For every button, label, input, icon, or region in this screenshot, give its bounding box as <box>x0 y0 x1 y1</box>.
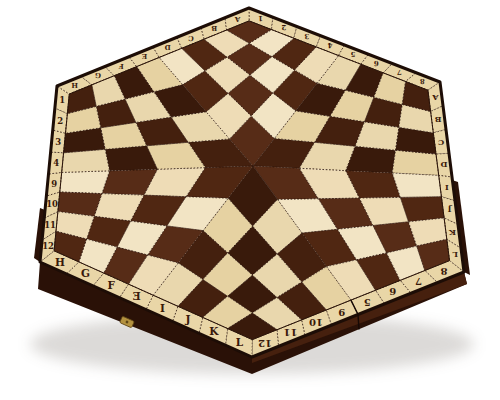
coord-label-bottom-right-7: 7 <box>415 276 422 287</box>
coord-label-top-right-4: 4 <box>327 41 332 50</box>
cell-i8[interactable] <box>392 173 441 197</box>
coord-label-bottom-right-5: 5 <box>364 297 371 308</box>
coord-label-top-left-E: E <box>142 52 147 61</box>
coord-label-right-D: D <box>440 160 447 170</box>
coord-label-bottom-right-6: 6 <box>389 286 396 297</box>
coord-label-left-12: 12 <box>42 241 54 251</box>
coord-label-top-right-1: 1 <box>258 14 263 23</box>
coord-label-bottom-left-J: J <box>185 313 191 325</box>
coord-label-bottom-left-K: K <box>209 325 219 337</box>
coord-label-right-A: A <box>432 93 440 103</box>
coord-label-left-1: 1 <box>59 95 65 105</box>
coord-label-top-right-8: 8 <box>420 77 425 86</box>
coord-label-top-right-7: 7 <box>397 68 402 77</box>
coord-label-top-left-A: A <box>234 15 241 24</box>
coord-label-right-J: J <box>447 205 452 215</box>
coord-label-bottom-right-11: 11 <box>284 327 298 338</box>
coord-label-bottom-left-L: L <box>236 336 244 348</box>
coord-label-right-K: K <box>448 228 456 238</box>
coord-label-right-C: C <box>438 138 444 148</box>
coord-label-bottom-left-H: H <box>55 256 65 268</box>
coord-label-bottom-right-10: 10 <box>309 317 323 328</box>
photo-background: 12345678ABCDIJKL87659101112LKJIƎFGH12111… <box>0 0 500 400</box>
coord-label-left-9: 9 <box>51 179 57 189</box>
three-player-chess-board: 12345678ABCDIJKL87659101112LKJIƎFGH12111… <box>0 0 500 400</box>
coord-label-top-left-C: C <box>188 34 194 43</box>
coord-label-right-B: B <box>435 115 442 125</box>
coord-label-top-left-D: D <box>165 43 171 52</box>
cell-j8[interactable] <box>400 197 444 222</box>
coord-label-left-11: 11 <box>44 220 56 230</box>
cell-h9[interactable] <box>60 171 110 194</box>
coord-label-top-right-3: 3 <box>304 32 309 41</box>
coord-label-top-left-F: F <box>119 62 124 71</box>
coord-label-bottom-left-I: I <box>160 302 165 314</box>
coord-label-top-left-B: B <box>211 24 217 33</box>
coord-label-top-right-2: 2 <box>281 23 286 32</box>
cell-h4[interactable] <box>62 149 110 172</box>
coord-label-top-right-5: 5 <box>351 50 356 59</box>
coord-label-bottom-right-9: 9 <box>338 307 345 318</box>
coord-label-bottom-left-Ǝ: Ǝ <box>133 290 141 302</box>
coord-label-bottom-right-8: 8 <box>440 266 447 277</box>
coord-label-right-L: L <box>452 250 458 260</box>
coord-label-left-10: 10 <box>46 199 58 209</box>
coord-label-top-left-H: H <box>71 81 78 90</box>
coord-label-bottom-left-F: F <box>107 279 115 291</box>
coord-label-left-3: 3 <box>55 137 61 147</box>
coord-label-bottom-left-G: G <box>81 267 90 279</box>
coord-label-top-right-6: 6 <box>374 59 379 68</box>
coord-label-right-I: I <box>445 183 449 193</box>
coord-label-left-2: 2 <box>57 116 63 126</box>
coord-label-left-4: 4 <box>53 158 59 168</box>
coord-label-top-left-G: G <box>95 71 101 80</box>
coord-label-bottom-right-12: 12 <box>258 338 272 349</box>
